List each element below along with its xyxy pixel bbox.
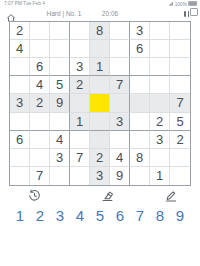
cell-r8c4[interactable]: 7 [70,149,90,167]
cell-r3c6[interactable] [110,58,130,76]
pencil-icon [164,189,177,202]
cell-r5c1[interactable]: 3 [10,94,30,112]
cell-r1c2[interactable] [30,22,50,40]
cell-r3c2[interactable]: 6 [30,58,50,76]
cell-r6c2[interactable] [30,113,50,131]
cell-r5c4[interactable] [70,94,90,112]
cell-r3c5[interactable]: 1 [90,58,110,76]
cell-r7c4[interactable] [70,131,90,149]
numpad-3[interactable]: 3 [50,205,70,225]
cell-r6c4[interactable]: 1 [70,113,90,131]
cell-r7c3[interactable]: 4 [50,131,70,149]
cell-r4c5[interactable] [90,76,110,94]
cell-r6c5[interactable] [90,113,110,131]
header-bar: Hard | No. 1 20:06 [0,8,200,22]
cell-r7c1[interactable]: 6 [10,131,30,149]
cell-r1c5[interactable]: 8 [90,22,110,40]
cell-r5c7[interactable] [130,94,150,112]
numpad-4[interactable]: 4 [70,205,90,225]
cell-r2c3[interactable] [50,40,70,58]
cell-r2c6[interactable] [110,40,130,58]
cell-r5c9[interactable]: 7 [170,94,190,112]
numpad-1[interactable]: 1 [10,205,30,225]
numpad-5[interactable]: 5 [90,205,110,225]
cell-r4c4[interactable]: 2 [70,76,90,94]
cell-r4c1[interactable] [10,76,30,94]
cell-r8c9[interactable] [170,149,190,167]
cell-r9c5[interactable]: 3 [90,167,110,185]
cell-r6c7[interactable] [130,113,150,131]
sudoku-app-screen: 7:07 PM Tue Feb 4 100% Hard | No. 1 20:0… [0,0,200,266]
cell-r9c3[interactable] [50,167,70,185]
timer: 20:06 [96,10,124,17]
cell-r1c4[interactable] [70,22,90,40]
home-button[interactable] [6,9,16,19]
status-bar: 7:07 PM Tue Feb 4 100% [0,0,200,8]
cell-r3c1[interactable] [10,58,30,76]
cell-r7c8[interactable]: 3 [150,131,170,149]
wifi-icon [168,1,173,6]
cell-r4c3[interactable]: 5 [50,76,70,94]
difficulty-label: Hard | No. 1 [34,10,94,17]
battery-percent: 100% [174,1,186,6]
cell-r3c7[interactable] [130,58,150,76]
cell-r9c6[interactable]: 9 [110,167,130,185]
cell-r7c7[interactable] [130,131,150,149]
cell-r1c3[interactable] [50,22,70,40]
cell-r4c8[interactable] [150,76,170,94]
cell-r3c9[interactable] [170,58,190,76]
cell-r7c9[interactable]: 2 [170,131,190,149]
cell-r4c2[interactable]: 4 [30,76,50,94]
cell-r1c9[interactable] [170,22,190,40]
cell-r8c1[interactable] [10,149,30,167]
menu-icon[interactable] [190,8,198,16]
cell-r9c8[interactable]: 1 [150,167,170,185]
cell-r7c5[interactable] [90,131,110,149]
battery-icon [188,1,197,7]
status-right-cluster: 100% [168,1,197,7]
numpad-6[interactable]: 6 [110,205,130,225]
cell-r1c7[interactable]: 3 [130,22,150,40]
cell-r6c1[interactable] [10,113,30,131]
cell-r8c6[interactable]: 4 [110,149,130,167]
cell-r2c2[interactable] [30,40,50,58]
cell-r3c8[interactable] [150,58,170,76]
cell-r9c9[interactable] [170,167,190,185]
numpad-8[interactable]: 8 [150,205,170,225]
cell-r8c3[interactable]: 3 [50,149,70,167]
cell-r9c2[interactable]: 7 [30,167,50,185]
cell-r1c6[interactable] [110,22,130,40]
sudoku-board: 283466314527329713256432372487391 [9,21,191,186]
numpad-7[interactable]: 7 [130,205,150,225]
numpad-9[interactable]: 9 [170,205,190,225]
undo-button[interactable] [28,189,41,202]
history-undo-icon [28,189,41,202]
number-pad: 123456789 [10,205,190,225]
erase-button[interactable] [101,189,114,202]
status-time-date: 7:07 PM Tue Feb 4 [4,1,45,6]
cell-r1c1[interactable]: 2 [10,22,30,40]
cell-r4c6[interactable]: 7 [110,76,130,94]
cell-r2c8[interactable] [150,40,170,58]
eraser-icon [101,189,114,202]
cell-r6c8[interactable]: 2 [150,113,170,131]
cell-r4c7[interactable] [130,76,150,94]
cell-r8c8[interactable] [150,149,170,167]
cell-r5c5[interactable] [90,94,110,112]
cell-r9c1[interactable] [10,167,30,185]
cell-r8c7[interactable]: 8 [130,149,150,167]
cell-r3c4[interactable]: 3 [70,58,90,76]
cell-r8c5[interactable]: 2 [90,149,110,167]
cell-r6c6[interactable]: 3 [110,113,130,131]
cell-r2c4[interactable] [70,40,90,58]
cell-r5c8[interactable] [150,94,170,112]
cell-r8c2[interactable] [30,149,50,167]
cell-r4c9[interactable] [170,76,190,94]
numpad-2[interactable]: 2 [30,205,50,225]
cell-r9c7[interactable] [130,167,150,185]
cell-r7c2[interactable] [30,131,50,149]
toolbar [0,189,200,203]
cell-r5c6[interactable] [110,94,130,112]
cell-r2c5[interactable] [90,40,110,58]
cell-r6c9[interactable]: 5 [170,113,190,131]
cell-r5c2[interactable]: 2 [30,94,50,112]
cell-r9c4[interactable] [70,167,90,185]
notes-button[interactable] [164,189,177,202]
cell-r3c3[interactable] [50,58,70,76]
cell-r6c3[interactable] [50,113,70,131]
cell-r1c8[interactable] [150,22,170,40]
cell-r2c1[interactable]: 4 [10,40,30,58]
cell-r2c9[interactable] [170,40,190,58]
cell-r7c6[interactable] [110,131,130,149]
pause-icon [184,11,186,17]
cell-r2c7[interactable]: 6 [130,40,150,58]
cell-r5c3[interactable]: 9 [50,94,70,112]
